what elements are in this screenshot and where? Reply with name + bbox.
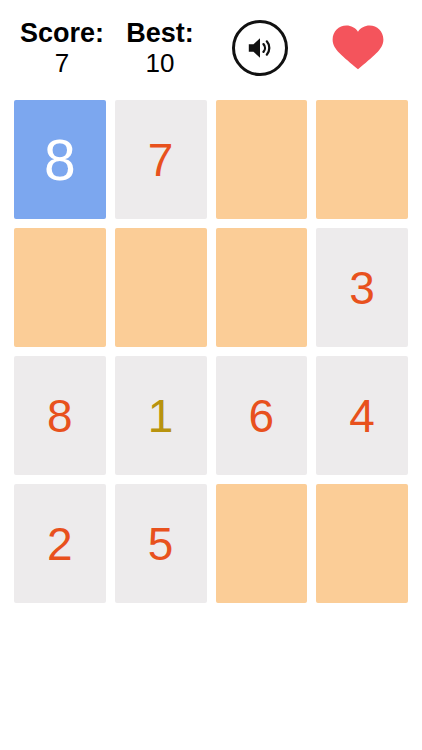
tile-8-r3c1[interactable]: 8	[14, 356, 106, 475]
best-display: Best: 10	[126, 18, 194, 78]
heart-icon	[332, 24, 384, 73]
tile-5-r4c2[interactable]: 5	[115, 484, 207, 603]
heart-button[interactable]	[332, 24, 384, 72]
tile-2-r4c1[interactable]: 2	[14, 484, 106, 603]
tile-1-r3c2[interactable]: 1	[115, 356, 207, 475]
top-bar: Score: 7 Best: 10	[0, 0, 422, 100]
tile-3-r2c4[interactable]: 3	[316, 228, 408, 347]
empty-tile-r4c3[interactable]	[216, 484, 308, 603]
best-label: Best:	[126, 18, 194, 48]
empty-tile-r1c4[interactable]	[316, 100, 408, 219]
tile-7-r1c2[interactable]: 7	[115, 100, 207, 219]
game-screen: Score: 7 Best: 10 873816425	[0, 0, 422, 750]
empty-tile-r1c3[interactable]	[216, 100, 308, 219]
tile-6-r3c3[interactable]: 6	[216, 356, 308, 475]
score-label: Score:	[20, 18, 104, 48]
tile-4-r3c4[interactable]: 4	[316, 356, 408, 475]
sound-button[interactable]	[232, 20, 288, 76]
score-value: 7	[55, 49, 69, 78]
speaker-on-icon	[244, 32, 276, 64]
empty-tile-r2c3[interactable]	[216, 228, 308, 347]
board-grid: 873816425	[0, 100, 422, 603]
tile-8-r1c1[interactable]: 8	[14, 100, 106, 219]
empty-tile-r2c2[interactable]	[115, 228, 207, 347]
empty-tile-r2c1[interactable]	[14, 228, 106, 347]
empty-tile-r4c4[interactable]	[316, 484, 408, 603]
best-value: 10	[146, 49, 175, 78]
score-display: Score: 7	[20, 18, 104, 78]
